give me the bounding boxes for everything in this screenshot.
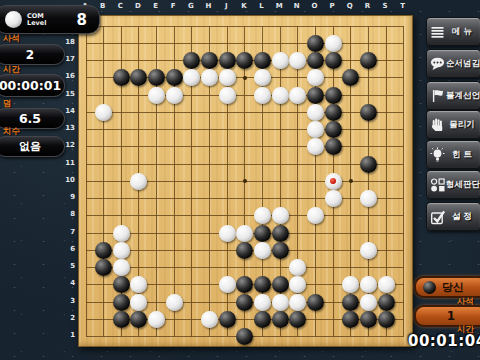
star-point	[243, 179, 247, 183]
white-stone-H16	[201, 69, 218, 86]
black-stone-R11	[360, 156, 377, 173]
column-label-B: B	[97, 2, 109, 10]
white-stone-O13	[307, 121, 324, 138]
white-stone-D3	[130, 294, 147, 311]
resign-button[interactable]: 불계선언	[426, 81, 480, 110]
territory-judge-icon	[429, 177, 446, 193]
computer-captures-value: 2	[0, 44, 65, 65]
column-label-T: T	[397, 2, 409, 10]
go-board[interactable]	[78, 15, 413, 347]
black-stone-D16	[130, 69, 147, 86]
black-stone-O17	[307, 52, 324, 69]
black-stone-B6	[95, 242, 112, 259]
column-label-D: D	[132, 2, 144, 10]
black-stone-P13	[325, 121, 342, 138]
row-label-7: 7	[60, 228, 75, 236]
black-stone-R14	[360, 104, 377, 121]
white-stone-M8	[272, 207, 289, 224]
undo-button[interactable]: 물리기	[426, 110, 480, 139]
white-stone-K7	[236, 225, 253, 242]
white-stone-G16	[183, 69, 200, 86]
app-screen: COM Level 8 사석 2 시간 00:00:01 덤 6.5 치수 없음…	[0, 0, 480, 360]
black-stone-L2	[254, 311, 271, 328]
white-stone-Q4	[342, 276, 359, 293]
human-time-value: 00:01:04	[408, 332, 480, 350]
grid-line	[86, 215, 405, 216]
computer-player-label: COM Level	[27, 13, 77, 27]
white-stone-N17	[289, 52, 306, 69]
white-stone-O16	[307, 69, 324, 86]
settings-check-icon	[429, 209, 446, 225]
white-stone-L8	[254, 207, 271, 224]
row-label-18: 18	[60, 38, 75, 46]
column-label-J: J	[220, 2, 232, 10]
white-stone-L6	[254, 242, 271, 259]
white-stone-L15	[254, 87, 271, 104]
white-stone-D10	[130, 173, 147, 190]
black-stone-Q3	[342, 294, 359, 311]
black-stone-K3	[236, 294, 253, 311]
column-label-M: M	[273, 2, 285, 10]
black-stone-H17	[201, 52, 218, 69]
column-label-P: P	[326, 2, 338, 10]
white-stone-R3	[360, 294, 377, 311]
row-label-4: 4	[60, 279, 75, 287]
white-stone-O8	[307, 207, 324, 224]
black-stone-D2	[130, 311, 147, 328]
black-stone-P15	[325, 87, 342, 104]
column-label-Q: Q	[344, 2, 356, 10]
white-stone-D4	[130, 276, 147, 293]
black-stone-C4	[113, 276, 130, 293]
black-stone-S3	[378, 294, 395, 311]
row-label-8: 8	[60, 210, 75, 218]
grid-line	[86, 198, 405, 199]
menu-icon	[429, 24, 446, 40]
undo-hand-icon	[429, 117, 446, 133]
black-stone-L17	[254, 52, 271, 69]
black-stone-P12	[325, 138, 342, 155]
column-label-N: N	[291, 2, 303, 10]
white-stone-O12	[307, 138, 324, 155]
black-stone-K17	[236, 52, 253, 69]
white-stone-L16	[254, 69, 271, 86]
row-label-11: 11	[60, 159, 75, 167]
white-stone-C5	[113, 259, 130, 276]
black-stone-C16	[113, 69, 130, 86]
last-move-marker	[330, 178, 336, 184]
white-stone-J16	[219, 69, 236, 86]
column-label-O: O	[308, 2, 320, 10]
white-stone-M3	[272, 294, 289, 311]
white-stone-F15	[166, 87, 183, 104]
white-stone-J4	[219, 276, 236, 293]
star-point	[243, 76, 247, 80]
white-stone-J15	[219, 87, 236, 104]
white-stone-P18	[325, 35, 342, 52]
column-label-F: F	[167, 2, 179, 10]
black-stone-E16	[148, 69, 165, 86]
column-label-R: R	[361, 2, 373, 10]
black-stone-P14	[325, 104, 342, 121]
column-label-L: L	[256, 2, 268, 10]
white-stone-L3	[254, 294, 271, 311]
computer-player-pill: COM Level 8	[0, 5, 100, 34]
handicap-value: 없음	[0, 136, 65, 157]
column-label-K: K	[238, 2, 250, 10]
black-stone-M2	[272, 311, 289, 328]
column-label-S: S	[379, 2, 391, 10]
hint-bulb-icon	[429, 147, 446, 163]
black-stone-P17	[325, 52, 342, 69]
white-stone-M15	[272, 87, 289, 104]
black-stone-Q2	[342, 311, 359, 328]
row-label-1: 1	[60, 331, 75, 339]
resign-flag-icon	[429, 88, 446, 104]
black-stone-K4	[236, 276, 253, 293]
white-stone-E15	[148, 87, 165, 104]
black-stone-J2	[219, 311, 236, 328]
white-stone-N4	[289, 276, 306, 293]
computer-time-value: 00:00:01	[0, 74, 65, 97]
black-stone-N2	[289, 311, 306, 328]
black-stone-M6	[272, 242, 289, 259]
grid-line	[403, 26, 404, 338]
white-stone-icon	[5, 11, 22, 28]
row-label-9: 9	[60, 193, 75, 201]
black-stone-O15	[307, 87, 324, 104]
pass-turn-button[interactable]: 순서넘김	[426, 49, 480, 78]
black-stone-K1	[236, 328, 253, 345]
human-player-label: 당신	[442, 280, 464, 295]
black-stone-C2	[113, 311, 130, 328]
white-stone-J7	[219, 225, 236, 242]
black-stone-Q16	[342, 69, 359, 86]
black-stone-B5	[95, 259, 112, 276]
black-stone-S2	[378, 311, 395, 328]
white-stone-E2	[148, 311, 165, 328]
row-label-3: 3	[60, 297, 75, 305]
column-label-G: G	[185, 2, 197, 10]
star-point	[349, 179, 353, 183]
white-stone-P10	[325, 173, 342, 190]
black-stone-L7	[254, 225, 271, 242]
white-stone-M17	[272, 52, 289, 69]
black-stone-K6	[236, 242, 253, 259]
black-stone-icon	[423, 281, 436, 294]
white-stone-P9	[325, 190, 342, 207]
white-stone-H2	[201, 311, 218, 328]
row-label-6: 6	[60, 245, 75, 253]
settings-button[interactable]: 설 정	[426, 202, 480, 231]
row-label-10: 10	[60, 176, 75, 184]
black-stone-F16	[166, 69, 183, 86]
hint-button[interactable]: 힌 트	[426, 140, 480, 169]
estimate-score-button[interactable]: 형세판단	[426, 170, 480, 199]
white-stone-B14	[95, 104, 112, 121]
black-stone-O3	[307, 294, 324, 311]
column-label-E: E	[150, 2, 162, 10]
row-label-2: 2	[60, 314, 75, 322]
black-stone-M4	[272, 276, 289, 293]
white-stone-S4	[378, 276, 395, 293]
computer-level-value: 8	[77, 11, 87, 29]
black-stone-M7	[272, 225, 289, 242]
row-label-5: 5	[60, 262, 75, 270]
white-stone-N5	[289, 259, 306, 276]
black-stone-R17	[360, 52, 377, 69]
black-stone-O18	[307, 35, 324, 52]
white-stone-F3	[166, 294, 183, 311]
black-stone-C3	[113, 294, 130, 311]
white-stone-C7	[113, 225, 130, 242]
white-stone-N15	[289, 87, 306, 104]
white-stone-R6	[360, 242, 377, 259]
column-label-H: H	[203, 2, 215, 10]
white-stone-R4	[360, 276, 377, 293]
black-stone-J17	[219, 52, 236, 69]
menu-button[interactable]: 메 뉴	[426, 17, 480, 46]
black-stone-G17	[183, 52, 200, 69]
white-stone-C6	[113, 242, 130, 259]
human-player-pill: 당신	[414, 276, 480, 298]
black-stone-L4	[254, 276, 271, 293]
white-stone-O14	[307, 104, 324, 121]
white-stone-R9	[360, 190, 377, 207]
column-label-C: C	[114, 2, 126, 10]
pass-bubble-icon	[429, 56, 446, 72]
grid-line	[86, 267, 405, 268]
white-stone-N3	[289, 294, 306, 311]
black-stone-R2	[360, 311, 377, 328]
